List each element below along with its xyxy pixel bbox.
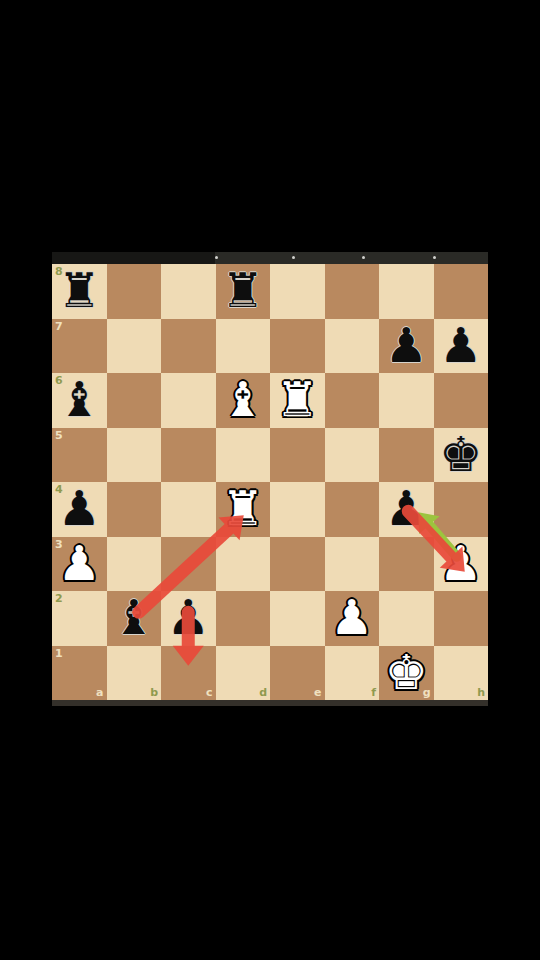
square-e3[interactable]	[270, 537, 325, 592]
piece-black-rook-a8[interactable]: ♜	[58, 266, 101, 314]
square-f1[interactable]: f	[325, 646, 380, 701]
square-d7[interactable]	[216, 319, 271, 374]
square-g8[interactable]	[379, 264, 434, 319]
piece-white-pawn-h3[interactable]: ♟	[439, 539, 482, 587]
piece-white-pawn-a3[interactable]: ♟	[58, 539, 101, 587]
piece-black-bishop-a6[interactable]: ♝	[58, 375, 101, 423]
square-e1[interactable]: e	[270, 646, 325, 701]
progress-bar	[52, 252, 488, 264]
square-d4[interactable]: ♜	[216, 482, 271, 537]
square-a6[interactable]: 6♝	[52, 373, 107, 428]
square-b3[interactable]	[107, 537, 162, 592]
square-e5[interactable]	[270, 428, 325, 483]
piece-black-pawn-g4[interactable]: ♟	[385, 484, 428, 532]
square-f4[interactable]	[325, 482, 380, 537]
piece-white-rook-d4[interactable]: ♜	[221, 484, 264, 532]
piece-white-bishop-d6[interactable]: ♝	[221, 375, 264, 423]
square-g2[interactable]	[379, 591, 434, 646]
file-label-d: d	[259, 687, 267, 698]
square-b1[interactable]: b	[107, 646, 162, 701]
piece-black-king-h5[interactable]: ♚	[439, 430, 482, 478]
square-d3[interactable]	[216, 537, 271, 592]
piece-black-pawn-a4[interactable]: ♟	[58, 484, 101, 532]
piece-white-rook-e6[interactable]: ♜	[276, 375, 319, 423]
square-c3[interactable]	[161, 537, 216, 592]
square-f7[interactable]	[325, 319, 380, 374]
square-c7[interactable]	[161, 319, 216, 374]
progress-dot-4	[433, 256, 436, 259]
square-f3[interactable]	[325, 537, 380, 592]
rank-label-7: 7	[55, 321, 63, 332]
file-label-b: b	[150, 687, 158, 698]
square-h4[interactable]	[434, 482, 489, 537]
square-b7[interactable]	[107, 319, 162, 374]
piece-white-pawn-f2[interactable]: ♟	[330, 593, 373, 641]
square-a7[interactable]: 7	[52, 319, 107, 374]
progress-dot-2	[292, 256, 295, 259]
square-e8[interactable]	[270, 264, 325, 319]
square-f8[interactable]	[325, 264, 380, 319]
square-a5[interactable]: 5	[52, 428, 107, 483]
square-b4[interactable]	[107, 482, 162, 537]
piece-black-bishop-b2[interactable]: ♝	[112, 593, 155, 641]
square-d2[interactable]	[216, 591, 271, 646]
square-e6[interactable]: ♜	[270, 373, 325, 428]
square-e7[interactable]	[270, 319, 325, 374]
file-label-e: e	[314, 687, 321, 698]
square-c2[interactable]: ♟	[161, 591, 216, 646]
piece-black-rook-d8[interactable]: ♜	[221, 266, 264, 314]
rank-label-1: 1	[55, 648, 63, 659]
square-a4[interactable]: 4♟	[52, 482, 107, 537]
square-d8[interactable]: ♜	[216, 264, 271, 319]
square-h2[interactable]	[434, 591, 489, 646]
square-b2[interactable]: ♝	[107, 591, 162, 646]
square-h3[interactable]: ♟	[434, 537, 489, 592]
piece-black-pawn-h7[interactable]: ♟	[439, 321, 482, 369]
square-h7[interactable]: ♟	[434, 319, 489, 374]
square-b5[interactable]	[107, 428, 162, 483]
board-bottom-edge	[52, 700, 488, 706]
file-label-c: c	[206, 687, 213, 698]
square-g4[interactable]: ♟	[379, 482, 434, 537]
square-h5[interactable]: ♚	[434, 428, 489, 483]
square-c5[interactable]	[161, 428, 216, 483]
square-d6[interactable]: ♝	[216, 373, 271, 428]
square-h6[interactable]	[434, 373, 489, 428]
video-frame: 8♜♜7♟♟6♝♝♜5♚4♟♜♟3♟♟2♝♟♟1abcdefg♚h	[0, 0, 540, 960]
square-a3[interactable]: 3♟	[52, 537, 107, 592]
square-h1[interactable]: h	[434, 646, 489, 701]
piece-black-pawn-c2[interactable]: ♟	[167, 593, 210, 641]
square-c1[interactable]: c	[161, 646, 216, 701]
file-label-f: f	[371, 687, 376, 698]
rank-label-5: 5	[55, 430, 63, 441]
chess-board[interactable]: 8♜♜7♟♟6♝♝♜5♚4♟♜♟3♟♟2♝♟♟1abcdefg♚h	[52, 264, 488, 700]
square-g6[interactable]	[379, 373, 434, 428]
square-a1[interactable]: 1a	[52, 646, 107, 701]
square-f5[interactable]	[325, 428, 380, 483]
square-d5[interactable]	[216, 428, 271, 483]
square-c8[interactable]	[161, 264, 216, 319]
square-b6[interactable]	[107, 373, 162, 428]
square-f6[interactable]	[325, 373, 380, 428]
square-e4[interactable]	[270, 482, 325, 537]
square-c6[interactable]	[161, 373, 216, 428]
square-e2[interactable]	[270, 591, 325, 646]
file-label-h: h	[477, 687, 485, 698]
square-f2[interactable]: ♟	[325, 591, 380, 646]
progress-dot-1	[215, 256, 218, 259]
piece-white-king-g1[interactable]: ♚	[385, 648, 428, 696]
progress-dot-3	[362, 256, 365, 259]
square-d1[interactable]: d	[216, 646, 271, 701]
square-g3[interactable]	[379, 537, 434, 592]
square-c4[interactable]	[161, 482, 216, 537]
square-g7[interactable]: ♟	[379, 319, 434, 374]
square-g1[interactable]: g♚	[379, 646, 434, 701]
piece-black-pawn-g7[interactable]: ♟	[385, 321, 428, 369]
square-a8[interactable]: 8♜	[52, 264, 107, 319]
rank-label-2: 2	[55, 593, 63, 604]
square-g5[interactable]	[379, 428, 434, 483]
square-b8[interactable]	[107, 264, 162, 319]
square-h8[interactable]	[434, 264, 489, 319]
file-label-a: a	[96, 687, 103, 698]
square-a2[interactable]: 2	[52, 591, 107, 646]
